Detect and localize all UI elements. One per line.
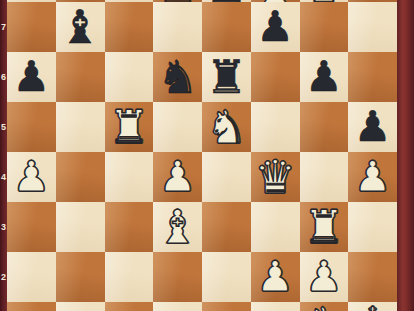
white-rook-g3: ♜ <box>303 202 344 252</box>
square-a7[interactable] <box>7 2 56 52</box>
square-g2[interactable]: ♟ <box>300 252 349 302</box>
rank-label-2: 2 <box>0 272 7 283</box>
square-d1[interactable] <box>153 302 202 311</box>
square-c6[interactable] <box>105 52 154 102</box>
square-b4[interactable] <box>56 152 105 202</box>
square-b5[interactable] <box>56 102 105 152</box>
square-g4[interactable] <box>300 152 349 202</box>
square-f4[interactable]: ♛ <box>251 152 300 202</box>
square-f2[interactable]: ♟ <box>251 252 300 302</box>
square-f6[interactable] <box>251 52 300 102</box>
white-pawn-a4: ♟ <box>13 152 51 202</box>
square-b1[interactable] <box>56 302 105 311</box>
square-f3[interactable] <box>251 202 300 252</box>
square-d4[interactable]: ♟ <box>153 152 202 202</box>
square-a1[interactable] <box>7 302 56 311</box>
square-c1[interactable] <box>105 302 154 311</box>
white-pawn-d4: ♟ <box>159 152 197 202</box>
square-a5[interactable] <box>7 102 56 152</box>
square-c7[interactable] <box>105 2 154 52</box>
square-d5[interactable] <box>153 102 202 152</box>
chess-board: ♜♜♝♚♝♟♟♞♜♟♜♞♟♟♟♛♟♝♜♟♟♞♚ <box>7 0 397 311</box>
square-g5[interactable] <box>300 102 349 152</box>
square-e5[interactable]: ♞ <box>202 102 251 152</box>
white-knight-e5: ♞ <box>206 102 247 152</box>
rank-label-4: 4 <box>0 172 7 183</box>
square-c4[interactable] <box>105 152 154 202</box>
square-c5[interactable]: ♜ <box>105 102 154 152</box>
white-pawn-g2: ♟ <box>305 252 343 302</box>
square-b6[interactable] <box>56 52 105 102</box>
black-bishop-b7: ♝ <box>60 2 101 52</box>
square-c3[interactable] <box>105 202 154 252</box>
square-a4[interactable]: ♟ <box>7 152 56 202</box>
square-f1[interactable] <box>251 302 300 311</box>
chess-diagram: ♜♜♝♚♝♟♟♞♜♟♜♞♟♟♟♛♟♝♜♟♟♞♚ 87654321 <box>0 0 414 311</box>
square-h3[interactable] <box>348 202 397 252</box>
square-b3[interactable] <box>56 202 105 252</box>
board-frame-left: 87654321 <box>0 0 7 311</box>
square-e4[interactable] <box>202 152 251 202</box>
white-pawn-h4: ♟ <box>354 152 392 202</box>
square-h7[interactable] <box>348 2 397 52</box>
black-pawn-a6: ♟ <box>13 52 51 102</box>
rank-label-7: 7 <box>0 22 7 33</box>
square-d7[interactable] <box>153 2 202 52</box>
square-h1[interactable]: ♚ <box>348 302 397 311</box>
square-d2[interactable] <box>153 252 202 302</box>
square-g1[interactable]: ♞ <box>300 302 349 311</box>
square-c2[interactable] <box>105 252 154 302</box>
square-a2[interactable] <box>7 252 56 302</box>
black-knight-d6: ♞ <box>157 52 198 102</box>
square-g3[interactable]: ♜ <box>300 202 349 252</box>
square-f7[interactable]: ♟ <box>251 2 300 52</box>
square-h5[interactable]: ♟ <box>348 102 397 152</box>
square-h2[interactable] <box>348 252 397 302</box>
square-h4[interactable]: ♟ <box>348 152 397 202</box>
square-a6[interactable]: ♟ <box>7 52 56 102</box>
square-e2[interactable] <box>202 252 251 302</box>
square-b7[interactable]: ♝ <box>56 2 105 52</box>
square-f5[interactable] <box>251 102 300 152</box>
square-e3[interactable] <box>202 202 251 252</box>
board-frame-right <box>397 0 414 311</box>
square-e1[interactable] <box>202 302 251 311</box>
square-e6[interactable]: ♜ <box>202 52 251 102</box>
square-a3[interactable] <box>7 202 56 252</box>
square-e7[interactable] <box>202 2 251 52</box>
square-g7[interactable] <box>300 2 349 52</box>
white-bishop-d3: ♝ <box>157 202 198 252</box>
white-rook-c5: ♜ <box>108 102 149 152</box>
rank-label-3: 3 <box>0 222 7 233</box>
black-pawn-f7: ♟ <box>256 2 294 52</box>
black-pawn-h5: ♟ <box>354 102 392 152</box>
square-d6[interactable]: ♞ <box>153 52 202 102</box>
black-rook-e6: ♜ <box>206 52 247 102</box>
black-pawn-g6: ♟ <box>305 52 343 102</box>
square-b2[interactable] <box>56 252 105 302</box>
rank-label-5: 5 <box>0 122 7 133</box>
square-h6[interactable] <box>348 52 397 102</box>
white-pawn-f2: ♟ <box>256 252 294 302</box>
square-d3[interactable]: ♝ <box>153 202 202 252</box>
rank-label-6: 6 <box>0 72 7 83</box>
square-g6[interactable]: ♟ <box>300 52 349 102</box>
white-queen-f4: ♛ <box>255 152 296 202</box>
